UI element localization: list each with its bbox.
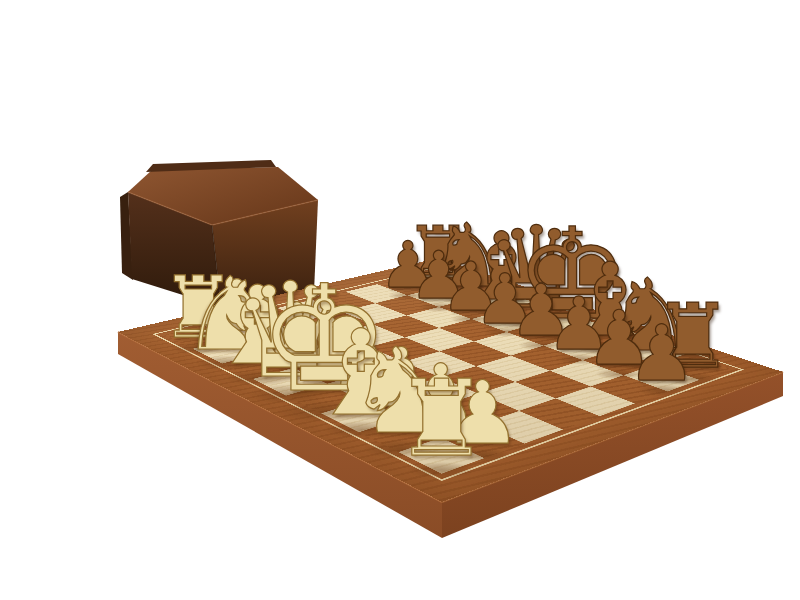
piece-black-pawn-h7: ♟ — [627, 315, 696, 392]
piece-layer: ♜♟♞♟♝♟♛♟♚♟♟♜♝♟♟♞♞♟♟♝♜♟♟♛♟♚♟♝♟♞♟♜ — [0, 0, 800, 600]
chess-set-photo: ♜♟♞♟♝♟♛♟♚♟♟♜♝♟♟♞♞♟♟♝♜♟♟♛♟♚♟♝♟♞♟♜ rnbqkbn… — [0, 0, 800, 600]
piece-white-rook-h1: ♜ — [394, 366, 489, 472]
